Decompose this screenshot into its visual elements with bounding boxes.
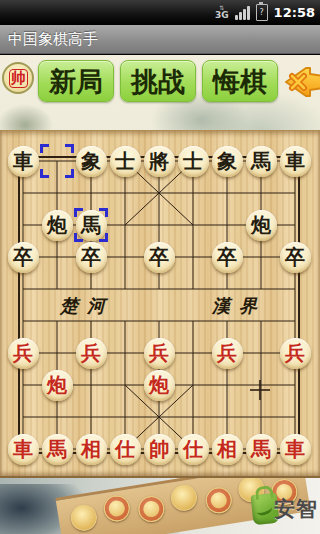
black-piece-象[interactable]: 象 <box>76 146 107 177</box>
network-3g-icon: ⇅ 3G <box>215 5 229 20</box>
banner-piece <box>69 503 99 533</box>
red-piece-仕[interactable]: 仕 <box>178 434 209 465</box>
black-piece-卒[interactable]: 卒 <box>212 242 243 273</box>
red-piece-兵[interactable]: 兵 <box>8 338 39 369</box>
mute-speaker-icon[interactable] <box>284 64 320 100</box>
red-piece-馬[interactable]: 馬 <box>246 434 277 465</box>
black-piece-卒[interactable]: 卒 <box>76 242 107 273</box>
black-piece-象[interactable]: 象 <box>212 146 243 177</box>
undo-move-button[interactable]: 悔棋 <box>202 60 278 102</box>
anzhi-watermark: 安智 <box>274 495 318 523</box>
signal-strength-icon <box>235 6 250 20</box>
black-piece-卒[interactable]: 卒 <box>144 242 175 273</box>
board-grid <box>0 131 320 479</box>
turn-indicator-piece-icon: 帅 <box>2 62 34 94</box>
river-label-left: 楚河 <box>60 294 114 318</box>
new-game-button[interactable]: 新局 <box>38 60 114 102</box>
black-piece-將[interactable]: 將 <box>144 146 175 177</box>
red-piece-仕[interactable]: 仕 <box>110 434 141 465</box>
red-piece-兵[interactable]: 兵 <box>76 338 107 369</box>
red-piece-兵[interactable]: 兵 <box>280 338 311 369</box>
red-piece-炮[interactable]: 炮 <box>144 370 175 401</box>
red-piece-車[interactable]: 車 <box>280 434 311 465</box>
red-piece-兵[interactable]: 兵 <box>212 338 243 369</box>
red-piece-相[interactable]: 相 <box>212 434 243 465</box>
status-clock: 12:58 <box>274 5 315 20</box>
red-piece-兵[interactable]: 兵 <box>144 338 175 369</box>
black-piece-士[interactable]: 士 <box>178 146 209 177</box>
black-piece-馬[interactable]: 馬 <box>246 146 277 177</box>
red-piece-車[interactable]: 車 <box>8 434 39 465</box>
black-piece-卒[interactable]: 卒 <box>280 242 311 273</box>
black-piece-炮[interactable]: 炮 <box>42 210 73 241</box>
app-title: 中国象棋高手 <box>8 30 98 49</box>
black-piece-車[interactable]: 車 <box>8 146 39 177</box>
black-piece-馬[interactable]: 馬 <box>76 210 107 241</box>
xiangqi-board[interactable]: 楚河 漢界 車象士將士象馬車炮馬炮卒卒卒卒卒兵兵兵兵兵炮炮車馬相仕帥仕相馬車 <box>0 130 320 478</box>
black-piece-卒[interactable]: 卒 <box>8 242 39 273</box>
river-label-right: 漢界 <box>212 294 266 318</box>
battery-icon: ? <box>256 4 268 21</box>
red-piece-馬[interactable]: 馬 <box>42 434 73 465</box>
banner-piece <box>102 494 132 524</box>
banner-piece <box>169 483 199 513</box>
red-piece-相[interactable]: 相 <box>76 434 107 465</box>
title-bar: 中国象棋高手 <box>0 25 320 54</box>
black-piece-士[interactable]: 士 <box>110 146 141 177</box>
red-piece-帥[interactable]: 帥 <box>144 434 175 465</box>
challenge-button[interactable]: 挑战 <box>120 60 196 102</box>
black-piece-炮[interactable]: 炮 <box>246 210 277 241</box>
banner-piece <box>136 494 166 524</box>
black-piece-車[interactable]: 車 <box>280 146 311 177</box>
app-screen: ⇅ 3G ? 12:58 中国象棋高手 帅 新局 挑战 悔棋 <box>0 0 320 534</box>
red-piece-炮[interactable]: 炮 <box>42 370 73 401</box>
bottom-banner: 安智 <box>0 478 320 534</box>
banner-piece <box>204 485 234 515</box>
status-bar: ⇅ 3G ? 12:58 <box>0 0 320 25</box>
